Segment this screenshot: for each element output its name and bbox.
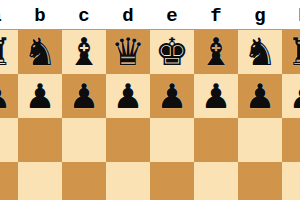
black-knight-icon: ♞ [243, 30, 277, 74]
black-pawn-icon: ♟ [0, 74, 11, 118]
square-a8[interactable]: ♜ [0, 30, 18, 74]
square-b8[interactable]: ♞ [18, 30, 62, 74]
square-a5[interactable] [0, 162, 18, 200]
square-d6[interactable] [106, 118, 150, 162]
black-queen-icon: ♛ [111, 30, 145, 74]
square-e5[interactable] [150, 162, 194, 200]
file-label-g: g [238, 0, 282, 29]
square-a6[interactable] [0, 118, 18, 162]
black-pawn-icon: ♟ [289, 74, 300, 118]
square-g8[interactable]: ♞ [238, 30, 282, 74]
square-h7[interactable]: ♟ [282, 74, 300, 118]
black-bishop-icon: ♝ [199, 30, 233, 74]
square-e7[interactable]: ♟ [150, 74, 194, 118]
square-d7[interactable]: ♟ [106, 74, 150, 118]
black-pawn-icon: ♟ [113, 74, 143, 118]
square-c6[interactable] [62, 118, 106, 162]
square-f7[interactable]: ♟ [194, 74, 238, 118]
square-c8[interactable]: ♝ [62, 30, 106, 74]
square-h6[interactable] [282, 118, 300, 162]
black-pawn-icon: ♟ [201, 74, 231, 118]
file-label-d: d [106, 0, 150, 29]
black-king-icon: ♚ [155, 30, 189, 74]
file-label-c: c [62, 0, 106, 29]
square-h8[interactable]: ♜ [282, 30, 300, 74]
file-label-b: b [18, 0, 62, 29]
square-g5[interactable] [238, 162, 282, 200]
file-label-e: e [150, 0, 194, 29]
file-label-f: f [194, 0, 238, 29]
black-pawn-icon: ♟ [245, 74, 275, 118]
black-knight-icon: ♞ [23, 30, 57, 74]
black-pawn-icon: ♟ [157, 74, 187, 118]
black-pawn-icon: ♟ [69, 74, 99, 118]
square-g7[interactable]: ♟ [238, 74, 282, 118]
black-rook-icon: ♜ [287, 30, 300, 74]
black-rook-icon: ♜ [0, 30, 13, 74]
square-d8[interactable]: ♛ [106, 30, 150, 74]
square-f6[interactable] [194, 118, 238, 162]
square-b5[interactable] [18, 162, 62, 200]
square-f5[interactable] [194, 162, 238, 200]
square-b6[interactable] [18, 118, 62, 162]
square-c7[interactable]: ♟ [62, 74, 106, 118]
file-label-h: h [282, 0, 300, 29]
square-g6[interactable] [238, 118, 282, 162]
chess-board-viewport: abcdefgh ♜♞♝♛♚♝♞♜♟♟♟♟♟♟♟♟ [0, 0, 300, 200]
square-b7[interactable]: ♟ [18, 74, 62, 118]
square-d5[interactable] [106, 162, 150, 200]
square-e6[interactable] [150, 118, 194, 162]
file-label-a: a [0, 0, 18, 29]
black-bishop-icon: ♝ [67, 30, 101, 74]
square-c5[interactable] [62, 162, 106, 200]
black-pawn-icon: ♟ [25, 74, 55, 118]
chess-board[interactable]: ♜♞♝♛♚♝♞♜♟♟♟♟♟♟♟♟ [0, 30, 300, 200]
file-labels: abcdefgh [0, 0, 300, 29]
square-e8[interactable]: ♚ [150, 30, 194, 74]
square-f8[interactable]: ♝ [194, 30, 238, 74]
square-a7[interactable]: ♟ [0, 74, 18, 118]
square-h5[interactable] [282, 162, 300, 200]
